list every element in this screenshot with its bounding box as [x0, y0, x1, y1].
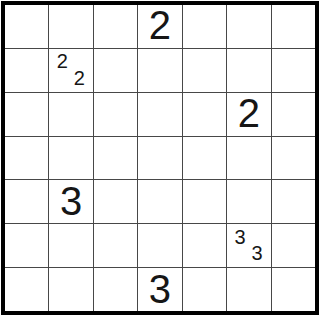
clue-digit: 3	[60, 181, 82, 221]
cell-r4c6[interactable]	[227, 137, 270, 180]
cell-r3c6: 2	[227, 93, 270, 136]
cell-r1c5[interactable]	[183, 5, 226, 48]
cell-r6c1[interactable]	[5, 224, 48, 267]
cell-r3c3[interactable]	[94, 93, 137, 136]
cell-r3c7[interactable]	[272, 93, 315, 136]
cell-r1c1[interactable]	[5, 5, 48, 48]
cell-r5c2: 3	[49, 180, 92, 223]
tapa-board: 22223333	[1, 1, 319, 315]
cell-r2c7[interactable]	[272, 49, 315, 92]
cell-r4c1[interactable]	[5, 137, 48, 180]
cell-r2c4[interactable]	[138, 49, 181, 92]
cell-r3c5[interactable]	[183, 93, 226, 136]
cell-r6c4[interactable]	[138, 224, 181, 267]
clue-digit: 2	[149, 5, 171, 45]
cell-r3c4[interactable]	[138, 93, 181, 136]
cell-r5c5[interactable]	[183, 180, 226, 223]
cell-r4c3[interactable]	[94, 137, 137, 180]
cell-r4c7[interactable]	[272, 137, 315, 180]
clue-digit: 3	[149, 269, 171, 309]
cell-r2c2: 22	[49, 49, 92, 92]
cell-r4c2[interactable]	[49, 137, 92, 180]
cell-r7c2[interactable]	[49, 268, 92, 311]
cell-r5c3[interactable]	[94, 180, 137, 223]
cell-r7c7[interactable]	[272, 268, 315, 311]
cell-r7c6[interactable]	[227, 268, 270, 311]
cell-r5c6[interactable]	[227, 180, 270, 223]
cell-r6c7[interactable]	[272, 224, 315, 267]
cell-r7c1[interactable]	[5, 268, 48, 311]
cell-r7c5[interactable]	[183, 268, 226, 311]
clue-digit: 2	[74, 68, 85, 88]
cell-r6c3[interactable]	[94, 224, 137, 267]
clue-digit: 2	[57, 51, 68, 71]
cell-r1c7[interactable]	[272, 5, 315, 48]
cell-r1c6[interactable]	[227, 5, 270, 48]
clue-digit: 3	[251, 243, 262, 263]
cell-r2c6[interactable]	[227, 49, 270, 92]
cell-r5c4[interactable]	[138, 180, 181, 223]
cell-r4c5[interactable]	[183, 137, 226, 180]
cell-r6c2[interactable]	[49, 224, 92, 267]
cell-r3c1[interactable]	[5, 93, 48, 136]
clue-digit: 2	[238, 93, 260, 133]
cell-r2c3[interactable]	[94, 49, 137, 92]
cell-r2c1[interactable]	[5, 49, 48, 92]
cell-r5c1[interactable]	[5, 180, 48, 223]
clue-digit: 3	[235, 227, 246, 247]
cell-r7c3[interactable]	[94, 268, 137, 311]
cell-r7c4: 3	[138, 268, 181, 311]
cell-r3c2[interactable]	[49, 93, 92, 136]
cell-r2c5[interactable]	[183, 49, 226, 92]
cell-r6c6: 33	[227, 224, 270, 267]
cell-r4c4[interactable]	[138, 137, 181, 180]
cell-r1c4: 2	[138, 5, 181, 48]
cell-r1c2[interactable]	[49, 5, 92, 48]
cell-r6c5[interactable]	[183, 224, 226, 267]
cell-r5c7[interactable]	[272, 180, 315, 223]
cell-r1c3[interactable]	[94, 5, 137, 48]
